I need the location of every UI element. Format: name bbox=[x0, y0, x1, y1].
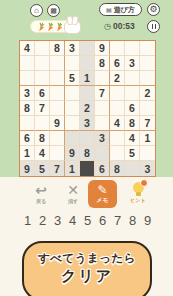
undo-icon: ↩ bbox=[35, 183, 47, 197]
book-icon: ▤ bbox=[106, 6, 112, 13]
numpad-9[interactable]: 9 bbox=[141, 213, 154, 228]
home-button[interactable]: ⌂ bbox=[30, 4, 43, 17]
sudoku-cell-r1c1[interactable]: 4 bbox=[20, 41, 35, 56]
sudoku-cell-r9c9[interactable]: 3 bbox=[140, 161, 155, 176]
sudoku-cell-r6c3[interactable]: 9 bbox=[50, 116, 65, 131]
lightbulb-icon bbox=[133, 182, 144, 193]
how-to-play-label: 遊び方 bbox=[114, 5, 135, 15]
sudoku-cell-r1c4[interactable]: 3 bbox=[65, 41, 80, 56]
sudoku-cell-r6c7[interactable]: 4 bbox=[110, 116, 125, 131]
sudoku-cell-r8c3[interactable] bbox=[50, 146, 65, 161]
sudoku-cell-r1c9[interactable] bbox=[140, 41, 155, 56]
instruction-callout: すべてうまったら クリア bbox=[22, 241, 152, 296]
rabbit-mascot bbox=[64, 20, 81, 34]
sudoku-cell-r3c1[interactable] bbox=[20, 71, 35, 86]
carrot-life-icon bbox=[56, 18, 64, 36]
erase-icon: ✕ bbox=[67, 183, 79, 197]
bottom-panel: ↩ 戻る ✕ 消す ✎ メモ ヒント 123456789 すべてうまったら クリ… bbox=[0, 177, 173, 296]
sudoku-cell-r6c8[interactable]: 8 bbox=[125, 116, 140, 131]
sudoku-cell-r7c6[interactable]: 3 bbox=[95, 131, 110, 146]
calendar-icon: ▦ bbox=[50, 7, 57, 14]
sudoku-cell-r2c6[interactable]: 8 bbox=[95, 56, 110, 71]
sudoku-cell-r9c1[interactable]: 9 bbox=[20, 161, 35, 176]
sudoku-cell-r9c3[interactable]: 7 bbox=[50, 161, 65, 176]
sudoku-cell-r2c5[interactable] bbox=[80, 56, 95, 71]
number-pad: 123456789 bbox=[21, 213, 154, 228]
sudoku-cell-r4c7[interactable] bbox=[110, 86, 125, 101]
sudoku-cell-r9c4[interactable]: 1 bbox=[65, 161, 80, 176]
numpad-4[interactable]: 4 bbox=[66, 213, 79, 228]
collection-button[interactable]: ▦ bbox=[47, 4, 60, 17]
sudoku-cell-r6c9[interactable]: 7 bbox=[140, 116, 155, 131]
sudoku-cell-r8c2[interactable]: 4 bbox=[35, 146, 50, 161]
sudoku-cell-r6c5[interactable]: 3 bbox=[80, 116, 95, 131]
sudoku-cell-r3c6[interactable] bbox=[95, 71, 110, 86]
hint-label: ヒント bbox=[130, 197, 145, 203]
sudoku-cell-r4c6[interactable]: 7 bbox=[95, 86, 110, 101]
sudoku-cell-r4c2[interactable]: 6 bbox=[35, 86, 50, 101]
clock-icon: ◷ bbox=[104, 22, 111, 31]
sudoku-cell-r1c3[interactable]: 8 bbox=[50, 41, 65, 56]
sudoku-cell-r7c5[interactable] bbox=[80, 131, 95, 146]
callout-line2: クリア bbox=[61, 267, 113, 286]
memo-label: メモ bbox=[96, 196, 108, 205]
sudoku-cell-r8c6[interactable] bbox=[95, 146, 110, 161]
sudoku-cell-r1c5[interactable] bbox=[80, 41, 95, 56]
sudoku-cell-r6c1[interactable] bbox=[20, 116, 35, 131]
sudoku-cell-r4c9[interactable]: 2 bbox=[140, 86, 155, 101]
hint-button[interactable]: ヒント bbox=[124, 182, 152, 203]
sudoku-cell-r2c9[interactable] bbox=[140, 56, 155, 71]
sudoku-cell-r8c1[interactable]: 1 bbox=[20, 146, 35, 161]
sudoku-cell-r6c2[interactable] bbox=[35, 116, 50, 131]
carrot-life-icon bbox=[47, 18, 55, 36]
sudoku-cell-r3c7[interactable]: 2 bbox=[110, 71, 125, 86]
numpad-6[interactable]: 6 bbox=[96, 213, 109, 228]
sudoku-cell-r2c2[interactable] bbox=[35, 56, 50, 71]
sudoku-cell-r8c8[interactable]: 5 bbox=[125, 146, 140, 161]
numpad-5[interactable]: 5 bbox=[81, 213, 94, 228]
hint-badge bbox=[140, 179, 148, 187]
sudoku-cell-r7c3[interactable] bbox=[50, 131, 65, 146]
sudoku-cell-r7c8[interactable]: 4 bbox=[125, 131, 140, 146]
sudoku-cell-r4c3[interactable] bbox=[50, 86, 65, 101]
sudoku-cell-r6c6[interactable] bbox=[95, 116, 110, 131]
sudoku-cell-r4c1[interactable]: 3 bbox=[20, 86, 35, 101]
sudoku-cell-r7c9[interactable]: 1 bbox=[140, 131, 155, 146]
sudoku-app-screen: ⌂ ▦ ▤ 遊び方 ⚙ ◷ 00:53 48398635123672872693… bbox=[0, 0, 173, 296]
erase-label: 消す bbox=[68, 198, 78, 204]
sudoku-cell-r7c7[interactable] bbox=[110, 131, 125, 146]
numpad-8[interactable]: 8 bbox=[126, 213, 139, 228]
sudoku-cell-r3c4[interactable]: 5 bbox=[65, 71, 80, 86]
sudoku-cell-r8c7[interactable] bbox=[110, 146, 125, 161]
sudoku-cell-r1c8[interactable] bbox=[125, 41, 140, 56]
sudoku-cell-r1c2[interactable] bbox=[35, 41, 50, 56]
sudoku-cell-r4c5[interactable] bbox=[80, 86, 95, 101]
gear-icon: ⚙ bbox=[149, 5, 157, 14]
numpad-1[interactable]: 1 bbox=[21, 213, 34, 228]
numpad-3[interactable]: 3 bbox=[51, 213, 64, 228]
sudoku-cell-r7c2[interactable]: 8 bbox=[35, 131, 50, 146]
sudoku-board: 4839863512367287269348768341149859571683 bbox=[19, 40, 156, 177]
how-to-play-button[interactable]: ▤ 遊び方 bbox=[99, 3, 142, 16]
timer-value: 00:53 bbox=[113, 21, 135, 31]
undo-button[interactable]: ↩ 戻る bbox=[29, 183, 53, 204]
sudoku-cell-r5c9[interactable] bbox=[140, 101, 155, 116]
sudoku-cell-r2c3[interactable] bbox=[50, 56, 65, 71]
sudoku-cell-r9c5[interactable] bbox=[80, 161, 95, 176]
sudoku-cell-r5c2[interactable]: 7 bbox=[35, 101, 50, 116]
sudoku-cell-r5c3[interactable] bbox=[50, 101, 65, 116]
sudoku-cell-r5c8[interactable]: 6 bbox=[125, 101, 140, 116]
sudoku-cell-r6c4[interactable] bbox=[65, 116, 80, 131]
sudoku-cell-r5c7[interactable] bbox=[110, 101, 125, 116]
sudoku-cell-r3c5[interactable]: 1 bbox=[80, 71, 95, 86]
sudoku-cell-r8c9[interactable] bbox=[140, 146, 155, 161]
carrot-life-icon bbox=[38, 18, 46, 36]
sudoku-cell-r7c4[interactable] bbox=[65, 131, 80, 146]
sudoku-cell-r1c7[interactable] bbox=[110, 41, 125, 56]
undo-label: 戻る bbox=[36, 198, 46, 204]
sudoku-cell-r9c6[interactable]: 6 bbox=[95, 161, 110, 176]
sudoku-cell-r8c4[interactable]: 9 bbox=[65, 146, 80, 161]
numpad-2[interactable]: 2 bbox=[36, 213, 49, 228]
pause-button[interactable] bbox=[147, 20, 160, 33]
sudoku-cell-r2c8[interactable]: 3 bbox=[125, 56, 140, 71]
sudoku-cell-r3c8[interactable] bbox=[125, 71, 140, 86]
callout-line1: すべてうまったら bbox=[38, 251, 136, 266]
settings-button[interactable]: ⚙ bbox=[147, 3, 160, 16]
sudoku-cell-r2c1[interactable] bbox=[20, 56, 35, 71]
timer: ◷ 00:53 bbox=[104, 21, 135, 31]
home-icon: ⌂ bbox=[34, 7, 39, 15]
pause-icon bbox=[152, 24, 156, 29]
sudoku-cell-r5c5[interactable]: 2 bbox=[80, 101, 95, 116]
pencil-icon: ✎ bbox=[97, 184, 107, 196]
sudoku-cell-r9c8[interactable] bbox=[125, 161, 140, 176]
sudoku-cell-r7c1[interactable]: 6 bbox=[20, 131, 35, 146]
erase-button[interactable]: ✕ 消す bbox=[61, 183, 85, 204]
sudoku-cell-r5c1[interactable]: 8 bbox=[20, 101, 35, 116]
sudoku-cell-r8c5[interactable]: 8 bbox=[80, 146, 95, 161]
sudoku-cell-r9c2[interactable]: 5 bbox=[35, 161, 50, 176]
sudoku-cell-r2c7[interactable]: 6 bbox=[110, 56, 125, 71]
sudoku-cell-r4c4[interactable] bbox=[65, 86, 80, 101]
numpad-7[interactable]: 7 bbox=[111, 213, 124, 228]
sudoku-cell-r9c7[interactable]: 8 bbox=[110, 161, 125, 176]
sudoku-cell-r3c9[interactable] bbox=[140, 71, 155, 86]
sudoku-cell-r5c4[interactable] bbox=[65, 101, 80, 116]
sudoku-cell-r2c4[interactable] bbox=[65, 56, 80, 71]
sudoku-cell-r1c6[interactable]: 9 bbox=[95, 41, 110, 56]
sudoku-cell-r5c6[interactable] bbox=[95, 101, 110, 116]
memo-button[interactable]: ✎ メモ bbox=[88, 180, 117, 208]
sudoku-cell-r3c2[interactable] bbox=[35, 71, 50, 86]
sudoku-cell-r3c3[interactable] bbox=[50, 71, 65, 86]
sudoku-cell-r4c8[interactable] bbox=[125, 86, 140, 101]
